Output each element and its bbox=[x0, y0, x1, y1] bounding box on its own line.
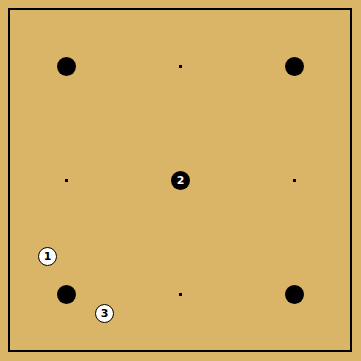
stone-white-f3[interactable]: 3 bbox=[95, 304, 114, 323]
stone-label: 2 bbox=[177, 175, 185, 186]
stone-black-q16[interactable] bbox=[285, 57, 304, 76]
stone-black-q4[interactable] bbox=[285, 285, 304, 304]
stone-label: 1 bbox=[44, 251, 52, 262]
stone-white-c6[interactable]: 1 bbox=[38, 247, 57, 266]
star-point bbox=[65, 179, 68, 182]
stone-label: 3 bbox=[101, 308, 109, 319]
go-board[interactable]: 123 bbox=[0, 0, 361, 361]
star-point bbox=[179, 65, 182, 68]
stone-black-k10[interactable]: 2 bbox=[171, 171, 190, 190]
star-point bbox=[179, 293, 182, 296]
stone-black-d16[interactable] bbox=[57, 57, 76, 76]
star-point bbox=[293, 179, 296, 182]
stone-black-d4[interactable] bbox=[57, 285, 76, 304]
